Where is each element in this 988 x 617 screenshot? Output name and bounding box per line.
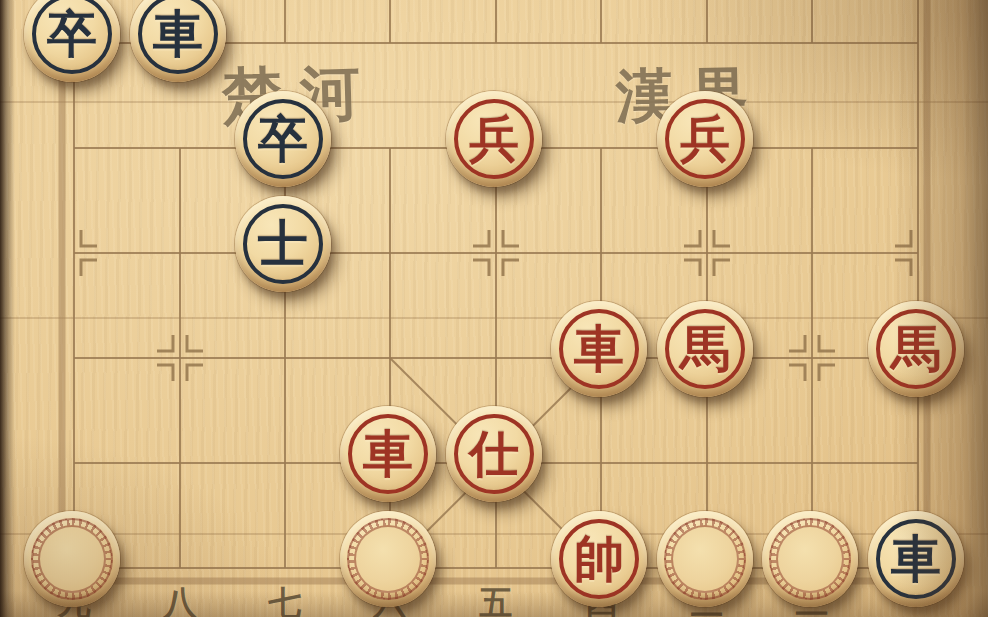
piece-glyph: 仕: [469, 429, 519, 479]
position-mark: [473, 230, 489, 246]
piece-black-soldier[interactable]: 卒: [235, 91, 331, 187]
piece-red-soldier[interactable]: 兵: [657, 91, 753, 187]
position-mark: [819, 335, 835, 351]
piece-ring: 仕: [454, 414, 534, 494]
file-label-五: 五: [466, 586, 526, 617]
piece-facedown[interactable]: [24, 511, 120, 607]
piece-facedown[interactable]: [340, 511, 436, 607]
piece-red-chariot[interactable]: 車: [551, 301, 647, 397]
piece-glyph: 馬: [680, 324, 730, 374]
xiangqi-board[interactable]: 楚河 漢界 九八七六五四三二一 卒車卒兵兵士車馬馬車仕帥車: [0, 0, 988, 617]
piece-red-soldier[interactable]: 兵: [446, 91, 542, 187]
piece-ring: 車: [559, 309, 639, 389]
facedown-ornament-core: [671, 525, 739, 593]
piece-facedown[interactable]: [762, 511, 858, 607]
piece-glyph: 車: [574, 324, 624, 374]
position-mark: [895, 260, 911, 276]
piece-red-advisor[interactable]: 仕: [446, 406, 542, 502]
position-mark: [714, 260, 730, 276]
facedown-ornament-core: [776, 525, 844, 593]
piece-glyph: 馬: [891, 324, 941, 374]
piece-glyph: 卒: [258, 114, 308, 164]
position-mark: [789, 335, 805, 351]
piece-ring: 馬: [665, 309, 745, 389]
position-mark: [187, 365, 203, 381]
piece-red-horse[interactable]: 馬: [868, 301, 964, 397]
position-mark: [895, 230, 911, 246]
piece-glyph: 車: [363, 429, 413, 479]
piece-black-advisor[interactable]: 士: [235, 196, 331, 292]
piece-ring: 兵: [454, 99, 534, 179]
piece-ring: 卒: [243, 99, 323, 179]
facedown-ornament-core: [38, 525, 106, 593]
position-mark: [473, 260, 489, 276]
piece-ring: 帥: [559, 519, 639, 599]
position-mark: [81, 230, 97, 246]
file-label-八: 八: [150, 586, 210, 617]
piece-ring: 馬: [876, 309, 956, 389]
piece-ring: 車: [876, 519, 956, 599]
piece-glyph: 兵: [469, 114, 519, 164]
file-label-七: 七: [255, 586, 315, 617]
position-mark: [684, 230, 700, 246]
piece-glyph: 兵: [680, 114, 730, 164]
piece-glyph: 車: [891, 534, 941, 584]
piece-facedown[interactable]: [657, 511, 753, 607]
facedown-ornament-core: [354, 525, 422, 593]
piece-glyph: 士: [258, 219, 308, 269]
piece-black-chariot[interactable]: 車: [868, 511, 964, 607]
piece-ring: 士: [243, 204, 323, 284]
piece-ring: 卒: [32, 0, 112, 74]
position-mark: [157, 365, 173, 381]
piece-black-soldier[interactable]: 卒: [24, 0, 120, 82]
piece-ring: 兵: [665, 99, 745, 179]
piece-glyph: 帥: [574, 534, 624, 584]
piece-ring: 車: [138, 0, 218, 74]
plank-seam: [0, 317, 988, 319]
position-mark: [503, 230, 519, 246]
position-mark: [157, 335, 173, 351]
piece-red-chariot[interactable]: 車: [340, 406, 436, 502]
piece-black-chariot[interactable]: 車: [130, 0, 226, 82]
position-mark: [684, 260, 700, 276]
position-mark: [714, 230, 730, 246]
piece-red-horse[interactable]: 馬: [657, 301, 753, 397]
position-mark: [819, 365, 835, 381]
piece-ring: 車: [348, 414, 428, 494]
piece-glyph: 車: [153, 9, 203, 59]
piece-red-general[interactable]: 帥: [551, 511, 647, 607]
position-mark: [187, 335, 203, 351]
position-mark: [503, 260, 519, 276]
offscreen-piece-shadow: [460, 0, 572, 7]
position-mark: [789, 365, 805, 381]
piece-glyph: 卒: [47, 9, 97, 59]
position-mark: [81, 260, 97, 276]
